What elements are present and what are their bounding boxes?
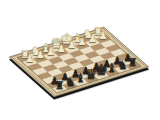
chess-set-photo: ♜♞♝♛♚♝♞♜♟♟♟♟♟♟♟♟♟♟♟♟♟♟♟♟♜♞♝♛♚♝♞♜ (0, 0, 160, 120)
chess-board (9, 27, 149, 97)
